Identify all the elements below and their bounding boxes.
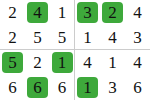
highlighted-number: 5 [2,52,23,73]
grid-cell-r4c6[interactable]: 6 [125,75,150,100]
grid-cell-r1c5[interactable]: 2 [100,0,125,25]
number: 1 [108,54,117,71]
grid-cell-r3c5[interactable]: 1 [100,50,125,75]
grid-cell-r3c1[interactable]: 5 [0,50,25,75]
grid-cell-r1c4[interactable]: 3 [75,0,100,25]
number: 2 [33,54,42,71]
grid-cell-r2c6[interactable]: 3 [125,25,150,50]
highlighted-number: 2 [102,2,123,23]
number: 1 [58,4,67,21]
grid-cell-r1c2[interactable]: 4 [25,0,50,25]
grid-cell-r1c1[interactable]: 2 [0,0,25,25]
number: 3 [133,29,142,46]
grid-cell-r2c1[interactable]: 2 [0,25,25,50]
grid-cell-r1c3[interactable]: 1 [50,0,75,25]
highlighted-number: 1 [52,52,73,73]
grid-cell-r4c4[interactable]: 1 [75,75,100,100]
grid-cell-r4c3[interactable]: 6 [50,75,75,100]
grid-cell-r3c6[interactable]: 4 [125,50,150,75]
highlighted-number: 1 [77,77,98,98]
number: 4 [83,54,92,71]
number: 6 [133,79,142,96]
grid-cell-r2c3[interactable]: 5 [50,25,75,50]
number: 5 [33,29,42,46]
grid-cell-r1c6[interactable]: 4 [125,0,150,25]
number: 4 [108,29,117,46]
grid-cell-r2c5[interactable]: 4 [100,25,125,50]
number: 4 [133,4,142,21]
number: 2 [8,29,17,46]
grid-cell-r3c4[interactable]: 4 [75,50,100,75]
grid-cell-r2c4[interactable]: 1 [75,25,100,50]
puzzle-grid: 241324255143521414666136 [0,0,150,100]
grid-cell-r3c2[interactable]: 2 [25,50,50,75]
number: 5 [58,29,67,46]
highlighted-number: 4 [27,2,48,23]
number: 3 [108,79,117,96]
number: 2 [8,4,17,21]
highlighted-number: 6 [27,77,48,98]
grid-cell-r2c2[interactable]: 5 [25,25,50,50]
number: 6 [58,79,67,96]
number: 1 [83,29,92,46]
grid-cell-r4c5[interactable]: 3 [100,75,125,100]
number: 4 [133,54,142,71]
number: 6 [8,79,17,96]
highlighted-number: 3 [77,2,98,23]
grid-cell-r4c1[interactable]: 6 [0,75,25,100]
grid-cell-r3c3[interactable]: 1 [50,50,75,75]
grid-cell-r4c2[interactable]: 6 [25,75,50,100]
